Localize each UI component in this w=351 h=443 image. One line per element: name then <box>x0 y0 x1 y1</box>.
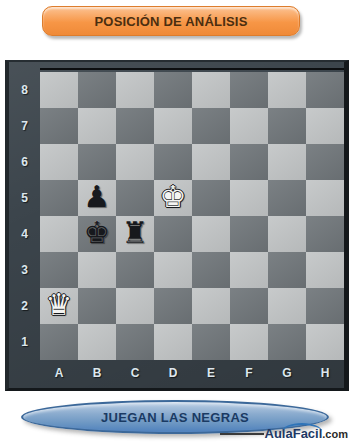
rank-labels: 87654321 <box>9 72 40 360</box>
square-h3 <box>306 252 344 288</box>
square-b2 <box>78 288 116 324</box>
file-labels: ABCDEFGH <box>40 360 344 385</box>
square-f3 <box>230 252 268 288</box>
analysis-banner-label: POSICIÓN DE ANÁLISIS <box>94 14 247 29</box>
brand-name: AulaFacil <box>265 426 323 441</box>
file-label-f: F <box>230 360 268 385</box>
file-label-c: C <box>116 360 154 385</box>
rank-label-6: 6 <box>9 144 40 180</box>
square-h8 <box>306 72 344 108</box>
square-f8 <box>230 72 268 108</box>
brand-suffix: .com <box>322 428 348 440</box>
square-a2: ♛ <box>40 288 78 324</box>
square-b7 <box>78 108 116 144</box>
square-f6 <box>230 144 268 180</box>
square-f2 <box>230 288 268 324</box>
square-b4: ♚ <box>78 216 116 252</box>
page: POSICIÓN DE ANÁLISIS 87654321 ♟♚♚♜♛ ABCD… <box>0 0 351 443</box>
square-d8 <box>154 72 192 108</box>
square-c7 <box>116 108 154 144</box>
square-e1 <box>192 324 230 360</box>
black-king: ♚ <box>84 218 111 248</box>
square-d4 <box>154 216 192 252</box>
square-e2 <box>192 288 230 324</box>
square-a5 <box>40 180 78 216</box>
square-h2 <box>306 288 344 324</box>
square-e6 <box>192 144 230 180</box>
square-c3 <box>116 252 154 288</box>
square-c1 <box>116 324 154 360</box>
square-d1 <box>154 324 192 360</box>
file-label-d: D <box>154 360 192 385</box>
square-h6 <box>306 144 344 180</box>
turn-banner-label: JUEGAN LAS NEGRAS <box>101 410 249 425</box>
square-e4 <box>192 216 230 252</box>
black-pawn: ♟ <box>84 182 111 212</box>
square-a6 <box>40 144 78 180</box>
brand-underline <box>220 433 264 435</box>
square-e7 <box>192 108 230 144</box>
square-a4 <box>40 216 78 252</box>
square-c2 <box>116 288 154 324</box>
square-b5: ♟ <box>78 180 116 216</box>
square-c8 <box>116 72 154 108</box>
square-g4 <box>268 216 306 252</box>
square-g8 <box>268 72 306 108</box>
square-g6 <box>268 144 306 180</box>
file-label-b: B <box>78 360 116 385</box>
square-e5 <box>192 180 230 216</box>
file-label-e: E <box>192 360 230 385</box>
square-g3 <box>268 252 306 288</box>
square-g1 <box>268 324 306 360</box>
square-e8 <box>192 72 230 108</box>
white-queen: ♛ <box>46 290 73 320</box>
square-h1 <box>306 324 344 360</box>
board-grid: ♟♚♚♜♛ <box>40 72 344 360</box>
file-labels-corner <box>9 360 40 385</box>
square-g7 <box>268 108 306 144</box>
square-h5 <box>306 180 344 216</box>
square-a3 <box>40 252 78 288</box>
square-a7 <box>40 108 78 144</box>
square-b6 <box>78 144 116 180</box>
chessboard-frame: 87654321 ♟♚♚♜♛ ABCDEFGH <box>5 60 349 391</box>
square-g5 <box>268 180 306 216</box>
square-g2 <box>268 288 306 324</box>
square-d2 <box>154 288 192 324</box>
rank-label-3: 3 <box>9 252 40 288</box>
square-h4 <box>306 216 344 252</box>
square-f5 <box>230 180 268 216</box>
square-a1 <box>40 324 78 360</box>
square-c6 <box>116 144 154 180</box>
brand-logo[interactable]: AulaFacil .com <box>220 426 348 441</box>
board-body: 87654321 ♟♚♚♜♛ <box>9 72 344 360</box>
black-rook: ♜ <box>122 218 149 248</box>
file-label-g: G <box>268 360 306 385</box>
square-h7 <box>306 108 344 144</box>
square-e3 <box>192 252 230 288</box>
white-king: ♚ <box>160 182 187 212</box>
square-d7 <box>154 108 192 144</box>
rank-label-2: 2 <box>9 288 40 324</box>
file-labels-row: ABCDEFGH <box>9 360 344 385</box>
board-top-line <box>40 68 344 70</box>
square-b8 <box>78 72 116 108</box>
rank-label-4: 4 <box>9 216 40 252</box>
square-b3 <box>78 252 116 288</box>
rank-label-7: 7 <box>9 108 40 144</box>
rank-label-8: 8 <box>9 72 40 108</box>
rank-label-5: 5 <box>9 180 40 216</box>
square-d5: ♚ <box>154 180 192 216</box>
square-c4: ♜ <box>116 216 154 252</box>
square-a8 <box>40 72 78 108</box>
square-f7 <box>230 108 268 144</box>
rank-label-1: 1 <box>9 324 40 360</box>
analysis-banner: POSICIÓN DE ANÁLISIS <box>42 6 300 36</box>
square-d6 <box>154 144 192 180</box>
square-c5 <box>116 180 154 216</box>
square-b1 <box>78 324 116 360</box>
file-label-a: A <box>40 360 78 385</box>
file-label-h: H <box>306 360 344 385</box>
square-d3 <box>154 252 192 288</box>
square-f1 <box>230 324 268 360</box>
square-f4 <box>230 216 268 252</box>
